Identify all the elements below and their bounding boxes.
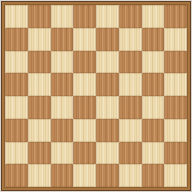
square-d5[interactable] xyxy=(73,73,96,96)
square-g4[interactable] xyxy=(142,96,165,119)
square-d7[interactable] xyxy=(73,28,96,51)
square-c8[interactable] xyxy=(51,5,74,28)
square-c2[interactable] xyxy=(51,142,74,165)
square-d8[interactable] xyxy=(73,5,96,28)
square-b1[interactable] xyxy=(28,164,51,187)
square-b8[interactable] xyxy=(28,5,51,28)
square-d4[interactable] xyxy=(73,96,96,119)
chessboard-screenshot xyxy=(0,0,192,192)
square-g5[interactable] xyxy=(142,73,165,96)
square-c3[interactable] xyxy=(51,119,74,142)
square-c5[interactable] xyxy=(51,73,74,96)
square-e1[interactable] xyxy=(96,164,119,187)
square-c4[interactable] xyxy=(51,96,74,119)
square-h8[interactable] xyxy=(164,5,187,28)
square-f1[interactable] xyxy=(119,164,142,187)
square-h1[interactable] xyxy=(164,164,187,187)
square-a6[interactable] xyxy=(5,51,28,74)
square-a3[interactable] xyxy=(5,119,28,142)
square-d6[interactable] xyxy=(73,51,96,74)
square-b7[interactable] xyxy=(28,28,51,51)
square-f2[interactable] xyxy=(119,142,142,165)
square-h3[interactable] xyxy=(164,119,187,142)
square-h6[interactable] xyxy=(164,51,187,74)
square-h2[interactable] xyxy=(164,142,187,165)
square-e4[interactable] xyxy=(96,96,119,119)
square-g3[interactable] xyxy=(142,119,165,142)
square-d2[interactable] xyxy=(73,142,96,165)
square-f7[interactable] xyxy=(119,28,142,51)
square-e6[interactable] xyxy=(96,51,119,74)
square-d3[interactable] xyxy=(73,119,96,142)
square-f6[interactable] xyxy=(119,51,142,74)
square-a2[interactable] xyxy=(5,142,28,165)
square-e8[interactable] xyxy=(96,5,119,28)
square-b5[interactable] xyxy=(28,73,51,96)
square-c1[interactable] xyxy=(51,164,74,187)
square-h7[interactable] xyxy=(164,28,187,51)
square-b6[interactable] xyxy=(28,51,51,74)
square-a4[interactable] xyxy=(5,96,28,119)
chessboard xyxy=(5,5,187,187)
square-e7[interactable] xyxy=(96,28,119,51)
chessboard-frame xyxy=(0,0,192,192)
square-a7[interactable] xyxy=(5,28,28,51)
square-e5[interactable] xyxy=(96,73,119,96)
square-b3[interactable] xyxy=(28,119,51,142)
square-g1[interactable] xyxy=(142,164,165,187)
square-c6[interactable] xyxy=(51,51,74,74)
square-b2[interactable] xyxy=(28,142,51,165)
square-g6[interactable] xyxy=(142,51,165,74)
square-h4[interactable] xyxy=(164,96,187,119)
square-h5[interactable] xyxy=(164,73,187,96)
square-g8[interactable] xyxy=(142,5,165,28)
square-d1[interactable] xyxy=(73,164,96,187)
square-a1[interactable] xyxy=(5,164,28,187)
square-c7[interactable] xyxy=(51,28,74,51)
square-a5[interactable] xyxy=(5,73,28,96)
square-f8[interactable] xyxy=(119,5,142,28)
square-e3[interactable] xyxy=(96,119,119,142)
square-b4[interactable] xyxy=(28,96,51,119)
square-f4[interactable] xyxy=(119,96,142,119)
square-e2[interactable] xyxy=(96,142,119,165)
square-g7[interactable] xyxy=(142,28,165,51)
square-g2[interactable] xyxy=(142,142,165,165)
square-f5[interactable] xyxy=(119,73,142,96)
square-a8[interactable] xyxy=(5,5,28,28)
square-f3[interactable] xyxy=(119,119,142,142)
